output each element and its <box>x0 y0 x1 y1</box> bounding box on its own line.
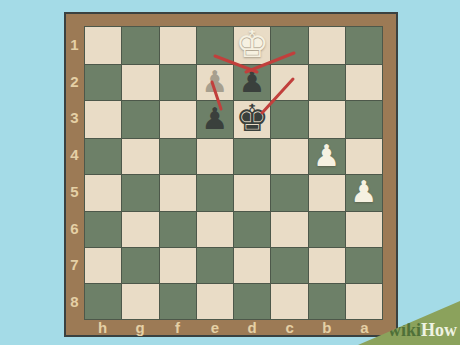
square-a4[interactable] <box>346 139 382 174</box>
square-c6[interactable] <box>271 212 307 247</box>
square-g1[interactable] <box>122 27 158 64</box>
square-b8[interactable] <box>309 284 345 319</box>
rank-label-2: 2 <box>66 63 83 100</box>
black-pawn-e3[interactable]: ♟ <box>201 104 228 134</box>
rank-label-4: 4 <box>66 136 83 173</box>
wikihow-logo: wikiHow <box>388 320 457 341</box>
file-label-g: g <box>121 319 158 336</box>
black-pawn-d2[interactable]: ♟ <box>239 67 266 97</box>
file-label-f: f <box>159 319 196 336</box>
square-e3[interactable]: ♟ <box>197 101 233 138</box>
square-h8[interactable] <box>85 284 121 319</box>
square-d8[interactable] <box>234 284 270 319</box>
wikihow-logo-how: How <box>421 320 457 340</box>
square-b3[interactable] <box>309 101 345 138</box>
square-a6[interactable] <box>346 212 382 247</box>
square-f6[interactable] <box>160 212 196 247</box>
rank-label-6: 6 <box>66 210 83 247</box>
square-a5[interactable]: ♟ <box>346 175 382 210</box>
square-b2[interactable] <box>309 65 345 100</box>
square-g2[interactable] <box>122 65 158 100</box>
square-f1[interactable] <box>160 27 196 64</box>
black-king-d3[interactable]: ♚ <box>236 100 269 137</box>
white-king-d1[interactable]: ♚ <box>236 26 269 63</box>
square-f2[interactable] <box>160 65 196 100</box>
square-c1[interactable] <box>271 27 307 64</box>
square-f8[interactable] <box>160 284 196 319</box>
square-c2[interactable] <box>271 65 307 100</box>
rank-label-3: 3 <box>66 100 83 137</box>
square-f3[interactable] <box>160 101 196 138</box>
square-h2[interactable] <box>85 65 121 100</box>
square-g6[interactable] <box>122 212 158 247</box>
square-c8[interactable] <box>271 284 307 319</box>
square-h5[interactable] <box>85 175 121 210</box>
square-e6[interactable] <box>197 212 233 247</box>
square-h1[interactable] <box>85 27 121 64</box>
square-e8[interactable] <box>197 284 233 319</box>
square-d4[interactable] <box>234 139 270 174</box>
square-c3[interactable] <box>271 101 307 138</box>
square-d3[interactable]: ♚ <box>234 101 270 138</box>
square-f5[interactable] <box>160 175 196 210</box>
square-a1[interactable] <box>346 27 382 64</box>
square-g7[interactable] <box>122 248 158 283</box>
illustration-scene: 12345678 hgfedcba ♚♟♟♟♚♟♟ wikiHow <box>0 0 460 345</box>
rank-label-1: 1 <box>66 26 83 63</box>
rank-label-5: 5 <box>66 173 83 210</box>
square-a8[interactable] <box>346 284 382 319</box>
square-d6[interactable] <box>234 212 270 247</box>
square-b1[interactable] <box>309 27 345 64</box>
square-a2[interactable] <box>346 65 382 100</box>
square-a3[interactable] <box>346 101 382 138</box>
square-e4[interactable] <box>197 139 233 174</box>
square-c5[interactable] <box>271 175 307 210</box>
square-f7[interactable] <box>160 248 196 283</box>
file-label-h: h <box>84 319 121 336</box>
square-g8[interactable] <box>122 284 158 319</box>
square-g5[interactable] <box>122 175 158 210</box>
square-e7[interactable] <box>197 248 233 283</box>
file-label-b: b <box>308 319 345 336</box>
square-b5[interactable] <box>309 175 345 210</box>
square-d7[interactable] <box>234 248 270 283</box>
square-d1[interactable]: ♚ <box>234 27 270 64</box>
square-g4[interactable] <box>122 139 158 174</box>
file-label-d: d <box>234 319 271 336</box>
rank-labels: 12345678 <box>66 26 83 320</box>
square-d5[interactable] <box>234 175 270 210</box>
ghost-black-pawn-e2[interactable]: ♟ <box>201 67 228 97</box>
square-h4[interactable] <box>85 139 121 174</box>
rank-label-8: 8 <box>66 283 83 320</box>
square-b4[interactable]: ♟ <box>309 139 345 174</box>
square-h7[interactable] <box>85 248 121 283</box>
file-label-c: c <box>271 319 308 336</box>
white-pawn-b4[interactable]: ♟ <box>313 141 340 171</box>
square-e2[interactable]: ♟ <box>197 65 233 100</box>
file-label-a: a <box>346 319 383 336</box>
board-grid: ♚♟♟♟♚♟♟ <box>84 26 383 320</box>
file-labels: hgfedcba <box>84 319 383 336</box>
white-pawn-a5[interactable]: ♟ <box>350 177 377 207</box>
file-label-e: e <box>196 319 233 336</box>
square-e1[interactable] <box>197 27 233 64</box>
square-c7[interactable] <box>271 248 307 283</box>
square-b7[interactable] <box>309 248 345 283</box>
square-g3[interactable] <box>122 101 158 138</box>
square-c4[interactable] <box>271 139 307 174</box>
square-b6[interactable] <box>309 212 345 247</box>
square-a7[interactable] <box>346 248 382 283</box>
square-d2[interactable]: ♟ <box>234 65 270 100</box>
rank-label-7: 7 <box>66 247 83 284</box>
square-f4[interactable] <box>160 139 196 174</box>
square-h3[interactable] <box>85 101 121 138</box>
square-e5[interactable] <box>197 175 233 210</box>
square-h6[interactable] <box>85 212 121 247</box>
